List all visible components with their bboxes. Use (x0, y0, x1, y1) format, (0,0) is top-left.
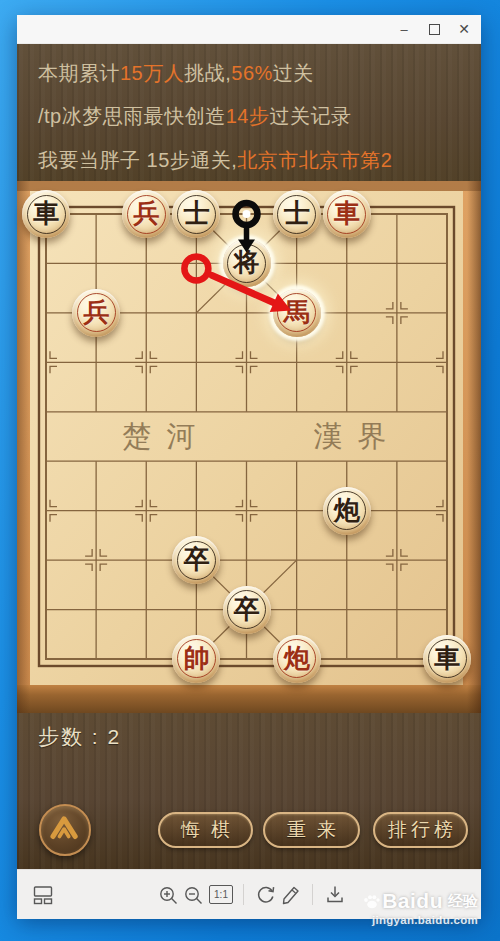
piece-character: 士 (183, 200, 209, 226)
zoom-out-icon (183, 885, 204, 906)
header-highlight-text: 14步 (226, 105, 270, 127)
xiangqi-piece-black-卒[interactable]: 卒 (172, 536, 220, 584)
piece-character: 兵 (83, 299, 109, 325)
header-text: /tp冰梦思雨最快创造 (38, 105, 226, 127)
header-text: 过关 (273, 62, 314, 84)
xiangqi-piece-red-炮[interactable]: 炮 (273, 635, 321, 683)
xiangqi-piece-black-将[interactable]: 将 (223, 239, 271, 287)
header-text: 我要当胖子 15步通关, (38, 149, 237, 171)
xiangqi-board[interactable]: 楚河 漢界 車兵士士車将兵馬炮卒卒帥炮車 (17, 181, 481, 713)
piece-character: 車 (434, 645, 460, 671)
download-button[interactable] (324, 884, 346, 906)
toolbar-divider (243, 884, 244, 905)
zoom-in-button[interactable] (157, 884, 179, 906)
rotate-button[interactable] (255, 884, 277, 906)
close-button[interactable]: ✕ (449, 15, 479, 43)
restart-button[interactable]: 重来 (263, 812, 360, 848)
leaderboard-button[interactable]: 排行榜 (373, 812, 468, 848)
header-highlight-text: 北京市北京市第2 (237, 149, 392, 171)
rotate-icon (255, 884, 277, 906)
gallery-icon (33, 885, 53, 905)
zoom-in-icon (158, 885, 179, 906)
toolbar-divider (312, 884, 313, 905)
photo-viewer-window: – ✕ 本期累计15万人挑战,56%过关/tp冰梦思雨最快创造14步过关记录我要… (17, 15, 481, 917)
minimize-button[interactable]: – (389, 15, 419, 43)
zoom-out-button[interactable] (182, 884, 204, 906)
pieces-layer: 車兵士士車将兵馬炮卒卒帥炮車 (17, 181, 481, 713)
xiangqi-piece-black-士[interactable]: 士 (172, 190, 220, 238)
actual-size-button[interactable]: 1:1 (209, 885, 233, 904)
xiangqi-piece-red-帥[interactable]: 帥 (172, 635, 220, 683)
desktop-background: – ✕ 本期累计15万人挑战,56%过关/tp冰梦思雨最快创造14步过关记录我要… (0, 0, 500, 941)
xiangqi-piece-black-士[interactable]: 士 (273, 190, 321, 238)
piece-character: 車 (33, 200, 59, 226)
piece-character: 車 (334, 200, 360, 226)
piece-character: 士 (284, 200, 310, 226)
header-line-2: /tp冰梦思雨最快创造14步过关记录 (38, 83, 481, 126)
header-highlight-text: 15万人 (120, 62, 184, 84)
pencil-icon (280, 884, 302, 906)
chevron-up-icon (41, 804, 89, 856)
edit-button[interactable] (280, 884, 302, 906)
piece-character: 兵 (133, 200, 159, 226)
step-counter: 步数 : 2 (38, 723, 121, 751)
maximize-icon (429, 24, 440, 35)
piece-character: 将 (234, 249, 260, 275)
xiangqi-piece-red-兵[interactable]: 兵 (122, 190, 170, 238)
piece-character: 馬 (284, 299, 310, 325)
xiangqi-piece-red-車[interactable]: 車 (323, 190, 371, 238)
xiangqi-piece-black-炮[interactable]: 炮 (323, 487, 371, 535)
undo-move-button[interactable]: 悔棋 (158, 812, 253, 848)
viewer-toolbar: 1:1 (17, 869, 481, 919)
header-text: 过关记录 (270, 105, 352, 127)
xiangqi-piece-black-卒[interactable]: 卒 (223, 586, 271, 634)
piece-character: 帥 (183, 645, 209, 671)
maximize-button[interactable] (419, 15, 449, 43)
header-line-3: 我要当胖子 15步通关,北京市北京市第2 (38, 126, 481, 170)
xiangqi-piece-black-車[interactable]: 車 (22, 190, 70, 238)
piece-character: 炮 (284, 645, 310, 671)
xiangqi-piece-red-兵[interactable]: 兵 (72, 289, 120, 337)
window-titlebar: – ✕ (17, 15, 481, 44)
challenge-stats-header: 本期累计15万人挑战,56%过关/tp冰梦思雨最快创造14步过关记录我要当胖子 … (17, 44, 481, 181)
header-text: 本期累计 (38, 62, 120, 84)
game-bottom-panel: 步数 : 2 悔棋 重来 排行榜 (17, 713, 481, 869)
download-icon (324, 884, 346, 906)
header-highlight-text: 56% (231, 62, 273, 84)
xiangqi-piece-black-車[interactable]: 車 (423, 635, 471, 683)
scroll-top-button[interactable] (39, 804, 91, 856)
xiangqi-piece-red-馬[interactable]: 馬 (273, 289, 321, 337)
piece-character: 炮 (334, 497, 360, 523)
header-line-1: 本期累计15万人挑战,56%过关 (38, 44, 481, 83)
gallery-button[interactable] (32, 884, 54, 906)
piece-character: 卒 (183, 546, 209, 572)
piece-character: 卒 (234, 596, 260, 622)
header-text: 挑战, (184, 62, 231, 84)
